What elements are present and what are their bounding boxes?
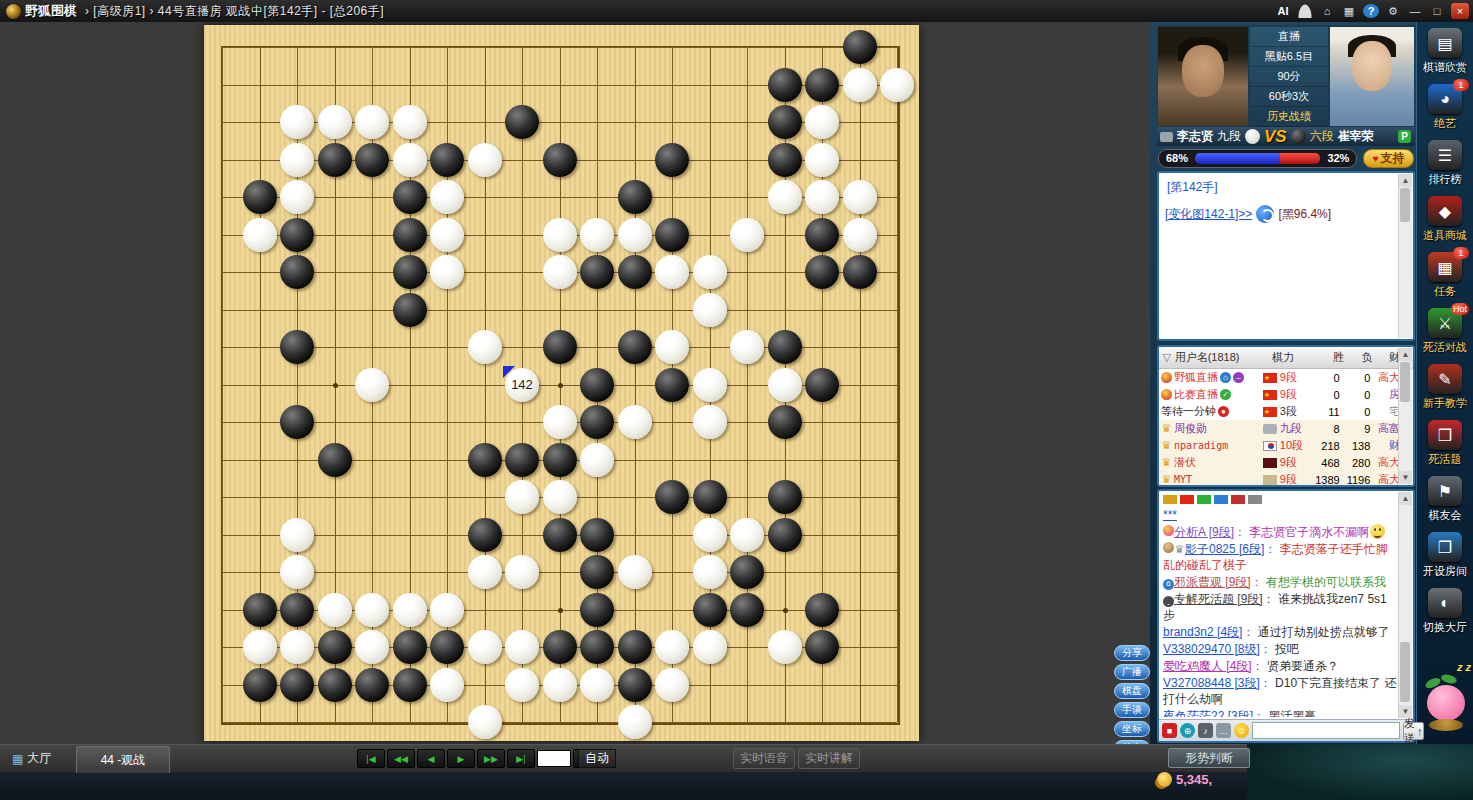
scroll-thumb[interactable] bbox=[1400, 642, 1410, 702]
black-stone bbox=[805, 218, 839, 252]
white-stone bbox=[280, 105, 314, 139]
white-stone bbox=[318, 593, 352, 627]
black-stone bbox=[805, 68, 839, 102]
white-stone bbox=[805, 143, 839, 177]
black-stone bbox=[318, 143, 352, 177]
sidebar-item-绝艺[interactable]: ◕1绝艺 bbox=[1417, 84, 1473, 131]
help-icon[interactable]: ? bbox=[1363, 4, 1379, 18]
white-stone bbox=[693, 368, 727, 402]
playback-button-6[interactable]: ▶| bbox=[507, 749, 535, 768]
white-stone bbox=[543, 218, 577, 252]
white-stone bbox=[280, 518, 314, 552]
chat-message-list: ***分析A [9段]： 李志贤官子滴水不漏啊♛影子0825 [6段]： 李志贤… bbox=[1163, 493, 1398, 717]
tab-lobby[interactable]: ▦ 大厅 bbox=[12, 750, 51, 767]
white-stone bbox=[468, 143, 502, 177]
chat-message: V327088448 [3段]： D10下完直接结束了 还打什么劫啊 bbox=[1163, 675, 1398, 707]
chat-text: 有想学棋的可以联系我 bbox=[1263, 575, 1386, 589]
flag-dark-icon bbox=[1263, 458, 1277, 468]
vs-strip: 李志贤 九段 VS 六段 崔宰荣 P bbox=[1157, 127, 1415, 146]
crown-icon: ♛ bbox=[1161, 457, 1172, 468]
black-stone bbox=[580, 555, 614, 589]
white-stone bbox=[768, 368, 802, 402]
棋谱欣赏-icon: ▤ bbox=[1428, 28, 1462, 58]
chat-username[interactable]: 夜色茫茫22 [3段] bbox=[1163, 709, 1253, 717]
user-name[interactable]: 周俊勋 bbox=[1174, 421, 1207, 436]
white-stone bbox=[430, 255, 464, 289]
left-player-rank: 九段 bbox=[1217, 128, 1241, 145]
切换大厅-icon: ◐ bbox=[1428, 588, 1462, 618]
black-stone bbox=[580, 255, 614, 289]
camera-icon bbox=[1160, 132, 1173, 142]
black-stone bbox=[243, 668, 277, 702]
chat-message: brand3n2 [4段]： 通过打劫别处捞点就够了 bbox=[1163, 624, 1398, 640]
white-stone bbox=[505, 630, 539, 664]
white-stone bbox=[580, 443, 614, 477]
move-panel-scrollbar[interactable]: ▲ bbox=[1398, 174, 1412, 338]
noentry-icon: – bbox=[1233, 372, 1244, 383]
user-wins: 0 bbox=[1309, 372, 1340, 384]
user-name[interactable]: 比赛直播 bbox=[1174, 387, 1218, 402]
komi-label: 黑贴6.5目 bbox=[1250, 47, 1328, 67]
bubble-icon[interactable]: … bbox=[1216, 723, 1231, 738]
white-stone bbox=[505, 555, 539, 589]
black-stone bbox=[393, 630, 427, 664]
user-list-panel: ▽ 用户名(1818)棋力胜负财富 野狐直播⌂–★9段00高大上比赛直播✓★9段… bbox=[1157, 345, 1415, 487]
user-wins: 0 bbox=[1309, 389, 1340, 401]
user-row[interactable]: 野狐直播⌂–★9段00高大上 bbox=[1159, 369, 1413, 386]
right-player-photo bbox=[1330, 27, 1414, 126]
chat-input[interactable] bbox=[1252, 722, 1400, 739]
white-stone bbox=[805, 105, 839, 139]
sidebar-item-开设房间[interactable]: ❐开设房间 bbox=[1417, 532, 1473, 579]
chat-username[interactable]: 分析A [9段] bbox=[1174, 525, 1234, 539]
chicken-icon bbox=[1163, 542, 1174, 553]
black-stone bbox=[805, 630, 839, 664]
user-name[interactable]: nparadigm bbox=[1174, 440, 1228, 451]
filter-icon[interactable]: ▽ bbox=[1159, 351, 1175, 364]
pill-手谈[interactable]: 手谈 bbox=[1114, 702, 1150, 718]
black-stone bbox=[805, 368, 839, 402]
star-point bbox=[558, 608, 563, 613]
live-voice-button[interactable]: 实时语音 bbox=[733, 748, 795, 769]
user-name[interactable]: 潜伏 bbox=[1174, 455, 1196, 470]
white-stone bbox=[655, 630, 689, 664]
col-header-4[interactable]: 负 bbox=[1344, 350, 1373, 365]
chat-username[interactable]: 邪派曹观 [9段] bbox=[1174, 575, 1251, 589]
black-stone bbox=[280, 330, 314, 364]
chat-username[interactable]: V338029470 [8级] bbox=[1163, 642, 1260, 656]
coin-amount: 5,345, bbox=[1176, 772, 1212, 787]
scroll-up-icon[interactable]: ▲ bbox=[1399, 174, 1412, 187]
tab-room-44[interactable]: 44 -观战 bbox=[76, 746, 170, 773]
pill-分享[interactable]: 分享 bbox=[1114, 645, 1150, 661]
vs-label: VS bbox=[1264, 127, 1287, 147]
white-stone bbox=[430, 180, 464, 214]
user-icon[interactable] bbox=[1297, 3, 1313, 19]
devil-icon: ˬ bbox=[1163, 596, 1174, 607]
user-row[interactable]: ♛MYT9段13891196高大上 bbox=[1159, 471, 1413, 487]
white-stone bbox=[393, 593, 427, 627]
user-name[interactable]: MYT bbox=[1174, 474, 1192, 485]
sidebar-label: 开设房间 bbox=[1417, 564, 1473, 579]
maximize-icon[interactable]: □ bbox=[1429, 3, 1445, 19]
white-stone bbox=[430, 668, 464, 702]
white-stone bbox=[355, 630, 389, 664]
black-stone bbox=[468, 518, 502, 552]
chat-username[interactable]: V327088448 [3段] bbox=[1163, 676, 1260, 690]
user-rank: 九段 bbox=[1280, 421, 1302, 436]
sidebar-item-棋友会[interactable]: ⚑棋友会 bbox=[1417, 476, 1473, 523]
support-button[interactable]: ♥ 支持 bbox=[1363, 149, 1414, 168]
sidebar-item-死活对战[interactable]: ⚔Hot死活对战 bbox=[1417, 308, 1473, 355]
p-badge: P bbox=[1398, 130, 1411, 143]
ai-engine-icon bbox=[1256, 205, 1274, 223]
white-stone bbox=[318, 105, 352, 139]
playback-button-2[interactable]: ◀◀ bbox=[387, 749, 415, 768]
white-stone bbox=[468, 330, 502, 364]
white-stone bbox=[618, 705, 652, 739]
black-stone bbox=[843, 255, 877, 289]
black-stone bbox=[768, 405, 802, 439]
breadcrumb: › [高级房1] › 44号直播房 观战中[第142手] - [总206手] bbox=[85, 3, 384, 20]
white-stone bbox=[430, 593, 464, 627]
pill-坐标[interactable]: 坐标 bbox=[1114, 721, 1150, 737]
white-stone bbox=[430, 218, 464, 252]
sidebar-item-切换大厅[interactable]: ◐切换大厅 bbox=[1417, 588, 1473, 635]
scroll-down-icon[interactable]: ▼ bbox=[1399, 471, 1412, 484]
sidebar-label: 死活题 bbox=[1417, 452, 1473, 467]
chat-message: ˬ专解死活题 [9段]： 谁来挑战我zen7 5s1步 bbox=[1163, 591, 1398, 623]
sidebar-label: 棋谱欣赏 bbox=[1417, 60, 1473, 75]
globe-icon[interactable]: ⊕ bbox=[1180, 723, 1195, 738]
scroll-up-icon[interactable]: ▲ bbox=[1399, 492, 1412, 505]
apps-icon[interactable]: ▦ bbox=[1341, 3, 1357, 19]
black-stone bbox=[805, 255, 839, 289]
black-stone bbox=[768, 68, 802, 102]
mic-icon[interactable]: ♪ bbox=[1198, 723, 1213, 738]
settings-icon[interactable]: ⚙ bbox=[1385, 3, 1401, 19]
user-row[interactable]: ♛nparadigm10段218138财神 bbox=[1159, 437, 1413, 454]
black-stone bbox=[543, 330, 577, 364]
grid-line bbox=[860, 47, 861, 722]
flag-misc-icon bbox=[1263, 475, 1277, 485]
chat-message: 6邪派曹观 [9段]： 有想学棋的可以联系我 bbox=[1163, 574, 1398, 590]
scroll-thumb[interactable] bbox=[1400, 362, 1410, 402]
black-stone bbox=[318, 630, 352, 664]
white-stone bbox=[280, 555, 314, 589]
chat-text: 投吧 bbox=[1272, 642, 1299, 656]
notification-badge: Hot bbox=[1451, 303, 1469, 315]
variation-link[interactable]: [变化图142-1]>> bbox=[1165, 206, 1252, 223]
sidebar-label: 死活对战 bbox=[1417, 340, 1473, 355]
white-stone bbox=[543, 480, 577, 514]
pill-广播[interactable]: 广播 bbox=[1114, 664, 1150, 680]
排行榜-icon: ☰ bbox=[1428, 140, 1462, 170]
grid-icon: ▦ bbox=[12, 752, 23, 766]
chat-message: 分析A [9段]： 李志贤官子滴水不漏啊 bbox=[1163, 524, 1398, 540]
corner-video-thumbnail bbox=[1247, 744, 1473, 800]
white-stone bbox=[693, 405, 727, 439]
white-stone bbox=[655, 668, 689, 702]
user-row[interactable]: 比赛直播✓★9段00房奴 bbox=[1159, 386, 1413, 403]
grid-line bbox=[222, 722, 897, 723]
medal-icon bbox=[1161, 389, 1172, 400]
white-stone bbox=[618, 218, 652, 252]
white-stone bbox=[655, 330, 689, 364]
sidebar-item-道具商城[interactable]: ◆道具商城 bbox=[1417, 196, 1473, 243]
flag-cn-icon: ★ bbox=[1263, 407, 1277, 417]
black-stone bbox=[280, 255, 314, 289]
sidebar-item-排行榜[interactable]: ☰排行榜 bbox=[1417, 140, 1473, 187]
fox-go-logo-icon bbox=[6, 4, 21, 19]
user-wins: 218 bbox=[1309, 440, 1340, 452]
auto-play-button[interactable]: 自动 bbox=[578, 749, 616, 768]
chat-text: 李志贤官子滴水不漏啊 bbox=[1246, 525, 1369, 539]
white-stone bbox=[730, 330, 764, 364]
black-stone bbox=[543, 630, 577, 664]
chat-text: 贤弟要通杀？ bbox=[1264, 659, 1339, 673]
user-row[interactable]: ♛潜伏9段468280高大上 bbox=[1159, 454, 1413, 471]
emoji-icon[interactable]: ☺ bbox=[1234, 723, 1249, 738]
white-stone bbox=[580, 218, 614, 252]
left-win-percent: 68% bbox=[1159, 152, 1195, 164]
white-stone bbox=[843, 68, 877, 102]
black-stone bbox=[243, 593, 277, 627]
coin-icon bbox=[1157, 772, 1172, 787]
col-header-2[interactable]: 棋力 bbox=[1272, 350, 1315, 365]
medal-pink-icon bbox=[1163, 525, 1174, 536]
white-stone bbox=[468, 630, 502, 664]
title-bar: 野狐围棋 › [高级房1] › 44号直播房 观战中[第142手] - [总20… bbox=[0, 0, 1473, 22]
black-stone bbox=[280, 218, 314, 252]
white-stone bbox=[655, 255, 689, 289]
crown-icon: ♛ bbox=[1161, 474, 1172, 485]
white-stone bbox=[693, 293, 727, 327]
chat-username[interactable]: brand3n2 [4段] bbox=[1163, 625, 1242, 639]
black-stone bbox=[730, 593, 764, 627]
chat-message: 夜色茫茫22 [3段]： 黑活黑赢、、 bbox=[1163, 708, 1398, 717]
white-stone bbox=[243, 218, 277, 252]
white-stone bbox=[805, 180, 839, 214]
black-stone bbox=[580, 368, 614, 402]
white-stone bbox=[393, 143, 427, 177]
user-rank: 9段 bbox=[1280, 455, 1297, 470]
black-stone bbox=[655, 368, 689, 402]
任务-icon: ▦1 bbox=[1428, 252, 1462, 282]
white-stone bbox=[468, 705, 502, 739]
user-losses: 1196 bbox=[1340, 474, 1371, 486]
user-losses: 138 bbox=[1340, 440, 1371, 452]
playback-button-1[interactable]: |◀ bbox=[357, 749, 385, 768]
right-player-name: 崔宰荣 bbox=[1338, 128, 1374, 145]
black-stone bbox=[768, 330, 802, 364]
sidebar-label: 绝艺 bbox=[1417, 116, 1473, 131]
white-stone bbox=[768, 180, 802, 214]
win-rate-row: 68% 32% ♥ 支持 bbox=[1158, 149, 1414, 167]
black-stone bbox=[580, 630, 614, 664]
white-stone bbox=[505, 480, 539, 514]
white-stone bbox=[768, 630, 802, 664]
black-stone bbox=[693, 480, 727, 514]
user-name[interactable]: 等待一分钟 bbox=[1161, 404, 1216, 419]
notification-badge: 1 bbox=[1453, 79, 1469, 91]
live-commentary-button[interactable]: 实时讲解 bbox=[798, 748, 860, 769]
user-row[interactable]: ♛周俊勋九段89高富帅 bbox=[1159, 420, 1413, 437]
chat-username[interactable]: 影子0825 [6段] bbox=[1185, 542, 1264, 556]
white-stone bbox=[730, 218, 764, 252]
black-stone bbox=[580, 518, 614, 552]
新手教学-icon: ✎ bbox=[1428, 364, 1462, 394]
flag-kr-icon bbox=[1263, 441, 1277, 451]
board-tool-pills: 分享广播棋盘手谈坐标放大 bbox=[1114, 645, 1150, 756]
black-stone bbox=[543, 443, 577, 477]
user-wins: 11 bbox=[1309, 406, 1340, 418]
col-header-3[interactable]: 胜 bbox=[1315, 350, 1344, 365]
chat-message: 爱吃鸡魔人 [4段]： 贤弟要通杀？ bbox=[1163, 658, 1398, 674]
white-stone bbox=[243, 630, 277, 664]
crown-gray-icon: ♛ bbox=[1174, 544, 1185, 555]
black-stone bbox=[243, 180, 277, 214]
black-stone bbox=[430, 143, 464, 177]
user-wins: 8 bbox=[1309, 423, 1340, 435]
chat-scrollbar[interactable]: ▲ ▼ bbox=[1398, 492, 1412, 718]
col-header-1[interactable]: 用户名(1818) bbox=[1175, 350, 1272, 365]
white-stone bbox=[618, 405, 652, 439]
user-row[interactable]: 等待一分钟●★3段110宅男 bbox=[1159, 403, 1413, 420]
pin-icon: ● bbox=[1218, 406, 1229, 417]
notification-badge: 1 bbox=[1453, 247, 1469, 259]
current-move-label: [第142手] bbox=[1167, 179, 1218, 196]
black-stone bbox=[543, 143, 577, 177]
black-stone bbox=[430, 630, 464, 664]
black-stone bbox=[505, 443, 539, 477]
black-stone bbox=[543, 518, 577, 552]
minimize-icon[interactable]: — bbox=[1407, 3, 1423, 19]
black-stone bbox=[655, 218, 689, 252]
black-stone bbox=[580, 593, 614, 627]
win-rate-bar: 68% 32% bbox=[1158, 149, 1357, 168]
white-stone bbox=[355, 105, 389, 139]
道具商城-icon: ◆ bbox=[1428, 196, 1462, 226]
white-stone bbox=[355, 368, 389, 402]
heart-icon: ♥ bbox=[1373, 153, 1379, 164]
user-rank: 9段 bbox=[1280, 370, 1297, 385]
black-stone bbox=[768, 143, 802, 177]
close-icon[interactable]: × bbox=[1451, 3, 1469, 19]
sidebar-item-死活题[interactable]: ❒死活题 bbox=[1417, 420, 1473, 467]
clipped-message bbox=[1163, 493, 1398, 505]
left-player-photo bbox=[1158, 27, 1248, 126]
棋友会-icon: ⚑ bbox=[1428, 476, 1462, 506]
ai-eval-label: [黑96.4%] bbox=[1278, 206, 1331, 223]
chat-panel: ***分析A [9段]： 李志贤官子滴水不漏啊♛影子0825 [6段]： 李志贤… bbox=[1157, 489, 1415, 743]
sidebar-item-新手教学[interactable]: ✎新手教学 bbox=[1417, 364, 1473, 411]
black-stone bbox=[805, 593, 839, 627]
black-stone bbox=[280, 593, 314, 627]
history-link[interactable]: 历史战绩 bbox=[1250, 107, 1328, 127]
go-board[interactable]: 142 bbox=[204, 25, 919, 741]
playback-controls: |◀◀◀◀▶▶▶▶|GO bbox=[357, 749, 601, 768]
grid-line bbox=[222, 572, 897, 573]
sidebar-label: 任务 bbox=[1417, 284, 1473, 299]
player-card: 直播 黑贴6.5目 90分 60秒3次 历史战绩 李志贤 九段 VS 六段 崔宰… bbox=[1157, 25, 1415, 146]
main-time-label: 90分 bbox=[1250, 67, 1328, 87]
playback-button-4[interactable]: ▶ bbox=[447, 749, 475, 768]
black-stone bbox=[393, 218, 427, 252]
scroll-thumb[interactable] bbox=[1400, 188, 1410, 222]
flag-cn-icon: ★ bbox=[1263, 390, 1277, 400]
right-sidebar: z z ▤棋谱欣赏◕1绝艺☰排行榜◆道具商城▦1任务⚔Hot死活对战✎新手教学❒… bbox=[1417, 25, 1473, 744]
sidebar-label: 棋友会 bbox=[1417, 508, 1473, 523]
scroll-up-icon[interactable]: ▲ bbox=[1399, 348, 1412, 361]
white-stone bbox=[843, 180, 877, 214]
playback-button-5[interactable]: ▶▶ bbox=[477, 749, 505, 768]
circle6-icon: 6 bbox=[1163, 579, 1174, 590]
white-stone-icon bbox=[1245, 129, 1260, 144]
white-stone bbox=[693, 518, 727, 552]
sidebar-item-棋谱欣赏[interactable]: ▤棋谱欣赏 bbox=[1417, 28, 1473, 75]
situation-judge-button[interactable]: 形势判断 bbox=[1168, 748, 1250, 768]
white-stone bbox=[693, 255, 727, 289]
black-stone bbox=[355, 143, 389, 177]
user-losses: 280 bbox=[1340, 457, 1371, 469]
white-stone bbox=[280, 143, 314, 177]
black-stone bbox=[468, 443, 502, 477]
more-messages-link[interactable]: *** bbox=[1163, 508, 1177, 522]
black-stone bbox=[655, 480, 689, 514]
white-stone bbox=[505, 668, 539, 702]
crown-icon: ♛ bbox=[1161, 423, 1172, 434]
user-rank: 10段 bbox=[1280, 438, 1303, 453]
user-name[interactable]: 野狐直播 bbox=[1174, 370, 1218, 385]
check-icon: ✓ bbox=[1220, 389, 1231, 400]
fox-go-app: 野狐围棋 › [高级房1] › 44号直播房 观战中[第142手] - [总20… bbox=[0, 0, 1473, 800]
pill-棋盘[interactable]: 棋盘 bbox=[1114, 683, 1150, 699]
sidebar-item-任务[interactable]: ▦1任务 bbox=[1417, 252, 1473, 299]
white-stone bbox=[580, 668, 614, 702]
stop-icon[interactable]: ■ bbox=[1162, 723, 1177, 738]
chat-username[interactable]: 专解死活题 [9段] bbox=[1174, 592, 1263, 606]
right-player-rank: 六段 bbox=[1310, 128, 1334, 145]
home-icon[interactable]: ⌂ bbox=[1319, 3, 1335, 19]
绝艺-icon: ◕1 bbox=[1428, 84, 1462, 114]
user-losses: 9 bbox=[1340, 423, 1371, 435]
white-stone bbox=[468, 555, 502, 589]
crown-icon: ♛ bbox=[1161, 440, 1172, 451]
black-stone bbox=[280, 405, 314, 439]
ai-button[interactable]: AI bbox=[1275, 3, 1291, 19]
win-bar-blue bbox=[1195, 153, 1280, 164]
死活对战-icon: ⚔Hot bbox=[1428, 308, 1462, 338]
coin-balance: 5,345, bbox=[1157, 772, 1212, 787]
开设房间-icon: ❐ bbox=[1428, 532, 1462, 562]
chat-username[interactable]: 爱吃鸡魔人 [4段] bbox=[1163, 659, 1252, 673]
white-stone bbox=[543, 255, 577, 289]
user-list-scrollbar[interactable]: ▲ ▼ bbox=[1398, 348, 1412, 484]
left-player-name: 李志贤 bbox=[1177, 128, 1213, 145]
sidebar-label: 排行榜 bbox=[1417, 172, 1473, 187]
sidebar-label: 道具商城 bbox=[1417, 228, 1473, 243]
move-info-panel: [第142手] [变化图142-1]>> [黑96.4%] ▲ bbox=[1157, 171, 1415, 341]
black-stone bbox=[768, 480, 802, 514]
chat-input-row: ■ ⊕ ♪ … ☺ 发送↑ bbox=[1159, 719, 1413, 741]
black-stone bbox=[655, 143, 689, 177]
right-win-percent: 32% bbox=[1320, 152, 1356, 164]
chat-text: 黑活黑赢、、 bbox=[1265, 709, 1340, 717]
playback-button-3[interactable]: ◀ bbox=[417, 749, 445, 768]
user-losses: 0 bbox=[1340, 389, 1371, 401]
move-number-input[interactable] bbox=[537, 750, 571, 767]
